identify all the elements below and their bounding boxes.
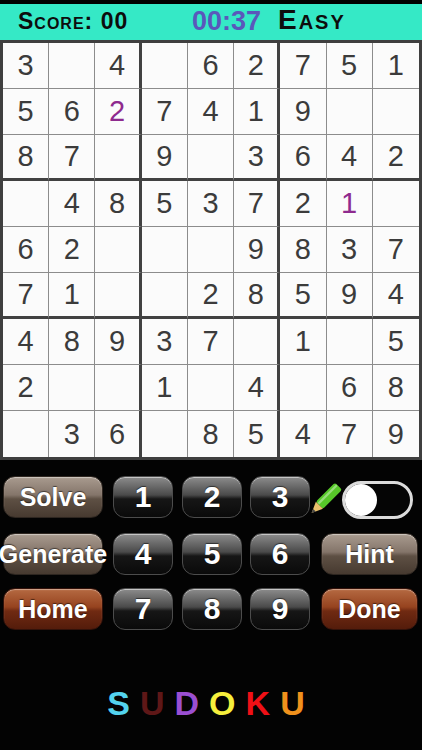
sudoku-cell-r2-c2[interactable]: 6 bbox=[49, 89, 95, 135]
sudoku-cell-r5-c6[interactable]: 9 bbox=[234, 227, 280, 273]
numpad-button-9[interactable]: 9 bbox=[250, 588, 310, 630]
score-display: Score: 00 bbox=[18, 8, 128, 35]
sudoku-cell-r6-c4[interactable] bbox=[142, 273, 188, 319]
solve-button[interactable]: Solve bbox=[3, 476, 103, 518]
sudoku-cell-r1-c6[interactable]: 2 bbox=[234, 43, 280, 89]
sudoku-cell-r8-c9[interactable]: 8 bbox=[373, 365, 419, 411]
sudoku-cell-r6-c9[interactable]: 4 bbox=[373, 273, 419, 319]
sudoku-cell-r4-c2[interactable]: 4 bbox=[49, 181, 95, 227]
sudoku-cell-r6-c6[interactable]: 8 bbox=[234, 273, 280, 319]
logo-letter: S bbox=[107, 684, 140, 722]
generate-button[interactable]: Generate bbox=[3, 533, 103, 575]
header-bar: Score: 00 00:37 Easy bbox=[0, 4, 422, 40]
sudoku-cell-r3-c5[interactable] bbox=[188, 135, 234, 181]
sudoku-cell-r1-c2[interactable] bbox=[49, 43, 95, 89]
sudoku-cell-r4-c6[interactable]: 7 bbox=[234, 181, 280, 227]
score-value: 00 bbox=[101, 8, 129, 34]
numpad-button-4[interactable]: 4 bbox=[113, 533, 173, 575]
pencil-mode-toggle[interactable] bbox=[342, 481, 413, 519]
sudoku-cell-r6-c1[interactable]: 7 bbox=[3, 273, 49, 319]
sudoku-cell-r3-c3[interactable] bbox=[95, 135, 141, 181]
sudoku-cell-r9-c4[interactable] bbox=[142, 411, 188, 457]
sudoku-cell-r7-c3[interactable]: 9 bbox=[95, 319, 141, 365]
sudoku-cell-r2-c5[interactable]: 4 bbox=[188, 89, 234, 135]
sudoku-cell-r8-c6[interactable]: 4 bbox=[234, 365, 280, 411]
sudoku-cell-r1-c9[interactable]: 1 bbox=[373, 43, 419, 89]
sudoku-cell-r6-c8[interactable]: 9 bbox=[327, 273, 373, 319]
timer-display: 00:37 bbox=[192, 6, 261, 37]
sudoku-cell-r4-c1[interactable] bbox=[3, 181, 49, 227]
sudoku-cell-r7-c9[interactable]: 5 bbox=[373, 319, 419, 365]
sudoku-board: 3462751562741987936424853721629837712859… bbox=[0, 40, 422, 460]
sudoku-cell-r7-c7[interactable]: 1 bbox=[280, 319, 326, 365]
sudoku-cell-r2-c7[interactable]: 9 bbox=[280, 89, 326, 135]
sudoku-cell-r1-c7[interactable]: 7 bbox=[280, 43, 326, 89]
sudoku-cell-r5-c3[interactable] bbox=[95, 227, 141, 273]
numpad-button-2[interactable]: 2 bbox=[182, 476, 242, 518]
sudoku-cell-r8-c1[interactable]: 2 bbox=[3, 365, 49, 411]
sudoku-cell-r3-c4[interactable]: 9 bbox=[142, 135, 188, 181]
logo-letter: K bbox=[246, 684, 281, 722]
sudoku-cell-r2-c3[interactable]: 2 bbox=[95, 89, 141, 135]
sudoku-cell-r1-c4[interactable] bbox=[142, 43, 188, 89]
sudoku-cell-r1-c8[interactable]: 5 bbox=[327, 43, 373, 89]
sudoku-cell-r5-c5[interactable] bbox=[188, 227, 234, 273]
sudoku-cell-r7-c4[interactable]: 3 bbox=[142, 319, 188, 365]
numpad-button-6[interactable]: 6 bbox=[250, 533, 310, 575]
numpad-button-5[interactable]: 5 bbox=[182, 533, 242, 575]
sudoku-cell-r4-c4[interactable]: 5 bbox=[142, 181, 188, 227]
sudoku-cell-r8-c4[interactable]: 1 bbox=[142, 365, 188, 411]
sudoku-cell-r4-c9[interactable] bbox=[373, 181, 419, 227]
sudoku-cell-r5-c1[interactable]: 6 bbox=[3, 227, 49, 273]
logo-letter: U bbox=[140, 684, 175, 722]
sudoku-cell-r8-c7[interactable] bbox=[280, 365, 326, 411]
home-button[interactable]: Home bbox=[3, 588, 103, 630]
sudoku-cell-r2-c1[interactable]: 5 bbox=[3, 89, 49, 135]
sudoku-cell-r9-c8[interactable]: 7 bbox=[327, 411, 373, 457]
sudoku-cell-r5-c9[interactable]: 7 bbox=[373, 227, 419, 273]
hint-button[interactable]: Hint bbox=[321, 533, 418, 575]
sudoku-cell-r3-c7[interactable]: 6 bbox=[280, 135, 326, 181]
logo-letter: U bbox=[280, 684, 315, 722]
numpad-button-1[interactable]: 1 bbox=[113, 476, 173, 518]
done-button[interactable]: Done bbox=[321, 588, 418, 630]
sudoku-cell-r4-c5[interactable]: 3 bbox=[188, 181, 234, 227]
sudoku-cell-r5-c8[interactable]: 3 bbox=[327, 227, 373, 273]
sudoku-cell-r3-c9[interactable]: 2 bbox=[373, 135, 419, 181]
sudoku-cell-r9-c9[interactable]: 9 bbox=[373, 411, 419, 457]
sudoku-cell-r7-c5[interactable]: 7 bbox=[188, 319, 234, 365]
numpad-button-8[interactable]: 8 bbox=[182, 588, 242, 630]
sudoku-cell-r2-c4[interactable]: 7 bbox=[142, 89, 188, 135]
sudoku-cell-r6-c7[interactable]: 5 bbox=[280, 273, 326, 319]
sudoku-cell-r6-c2[interactable]: 1 bbox=[49, 273, 95, 319]
sudoku-cell-r3-c8[interactable]: 4 bbox=[327, 135, 373, 181]
sudoku-grid: 3462751562741987936424853721629837712859… bbox=[3, 43, 419, 457]
sudoku-cell-r7-c8[interactable] bbox=[327, 319, 373, 365]
app-logo-sudoku: SUDOKU bbox=[0, 684, 422, 723]
sudoku-cell-r1-c3[interactable]: 4 bbox=[95, 43, 141, 89]
pencil-icon bbox=[304, 478, 344, 522]
score-label: Score: bbox=[18, 8, 93, 34]
sudoku-cell-r4-c3[interactable]: 8 bbox=[95, 181, 141, 227]
sudoku-cell-r2-c6[interactable]: 1 bbox=[234, 89, 280, 135]
numpad-button-3[interactable]: 3 bbox=[250, 476, 310, 518]
sudoku-cell-r5-c4[interactable] bbox=[142, 227, 188, 273]
sudoku-cell-r9-c5[interactable]: 8 bbox=[188, 411, 234, 457]
sudoku-cell-r7-c2[interactable]: 8 bbox=[49, 319, 95, 365]
sudoku-cell-r9-c7[interactable]: 4 bbox=[280, 411, 326, 457]
sudoku-cell-r8-c3[interactable] bbox=[95, 365, 141, 411]
sudoku-cell-r3-c2[interactable]: 7 bbox=[49, 135, 95, 181]
sudoku-cell-r9-c6[interactable]: 5 bbox=[234, 411, 280, 457]
logo-letter: D bbox=[175, 684, 210, 722]
sudoku-cell-r5-c7[interactable]: 8 bbox=[280, 227, 326, 273]
sudoku-cell-r6-c5[interactable]: 2 bbox=[188, 273, 234, 319]
numpad-button-7[interactable]: 7 bbox=[113, 588, 173, 630]
sudoku-cell-r2-c9[interactable] bbox=[373, 89, 419, 135]
difficulty-label: Easy bbox=[278, 4, 346, 36]
logo-letter: O bbox=[209, 684, 245, 722]
sudoku-cell-r7-c1[interactable]: 4 bbox=[3, 319, 49, 365]
sudoku-cell-r9-c3[interactable]: 6 bbox=[95, 411, 141, 457]
sudoku-cell-r1-c1[interactable]: 3 bbox=[3, 43, 49, 89]
sudoku-cell-r3-c6[interactable]: 3 bbox=[234, 135, 280, 181]
sudoku-cell-r4-c8[interactable]: 1 bbox=[327, 181, 373, 227]
sudoku-cell-r9-c2[interactable]: 3 bbox=[49, 411, 95, 457]
sudoku-cell-r2-c8[interactable] bbox=[327, 89, 373, 135]
sudoku-cell-r7-c6[interactable] bbox=[234, 319, 280, 365]
sudoku-cell-r4-c7[interactable]: 2 bbox=[280, 181, 326, 227]
sudoku-cell-r3-c1[interactable]: 8 bbox=[3, 135, 49, 181]
sudoku-cell-r8-c2[interactable] bbox=[49, 365, 95, 411]
sudoku-cell-r6-c3[interactable] bbox=[95, 273, 141, 319]
sudoku-cell-r8-c5[interactable] bbox=[188, 365, 234, 411]
control-panel: Solve Generate Home 1 2 3 4 5 6 7 8 9 Hi… bbox=[0, 460, 422, 750]
toggle-knob[interactable] bbox=[345, 484, 377, 516]
sudoku-cell-r1-c5[interactable]: 6 bbox=[188, 43, 234, 89]
sudoku-cell-r8-c8[interactable]: 6 bbox=[327, 365, 373, 411]
sudoku-cell-r9-c1[interactable] bbox=[3, 411, 49, 457]
sudoku-cell-r5-c2[interactable]: 2 bbox=[49, 227, 95, 273]
